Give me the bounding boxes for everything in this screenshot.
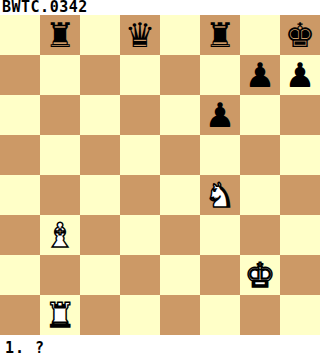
black-rook[interactable]: ♜ [45, 15, 75, 55]
square-b6[interactable] [40, 95, 80, 135]
square-h4[interactable] [280, 175, 320, 215]
square-f3[interactable] [200, 215, 240, 255]
black-king[interactable]: ♚ [285, 15, 315, 55]
white-bishop[interactable]: ♝ [45, 215, 75, 255]
white-knight[interactable]: ♞ [205, 175, 235, 215]
square-e1[interactable] [160, 295, 200, 335]
square-f1[interactable] [200, 295, 240, 335]
square-h3[interactable] [280, 215, 320, 255]
square-g4[interactable] [240, 175, 280, 215]
square-g6[interactable] [240, 95, 280, 135]
square-e7[interactable] [160, 55, 200, 95]
square-a7[interactable] [0, 55, 40, 95]
square-b3[interactable]: ♝ [40, 215, 80, 255]
square-f2[interactable] [200, 255, 240, 295]
white-king[interactable]: ♚ [245, 255, 275, 295]
square-g3[interactable] [240, 215, 280, 255]
square-a3[interactable] [0, 215, 40, 255]
square-c5[interactable] [80, 135, 120, 175]
square-f4[interactable]: ♞ [200, 175, 240, 215]
square-b2[interactable] [40, 255, 80, 295]
square-b4[interactable] [40, 175, 80, 215]
black-rook[interactable]: ♜ [205, 15, 235, 55]
move-prompt: 1. ? [0, 335, 320, 360]
square-a5[interactable] [0, 135, 40, 175]
square-h5[interactable] [280, 135, 320, 175]
square-a8[interactable] [0, 15, 40, 55]
square-g1[interactable] [240, 295, 280, 335]
square-b8[interactable]: ♜ [40, 15, 80, 55]
square-c7[interactable] [80, 55, 120, 95]
square-h1[interactable] [280, 295, 320, 335]
square-e3[interactable] [160, 215, 200, 255]
square-h8[interactable]: ♚ [280, 15, 320, 55]
square-d3[interactable] [120, 215, 160, 255]
square-e5[interactable] [160, 135, 200, 175]
square-a4[interactable] [0, 175, 40, 215]
square-c2[interactable] [80, 255, 120, 295]
square-a6[interactable] [0, 95, 40, 135]
square-d6[interactable] [120, 95, 160, 135]
square-a2[interactable] [0, 255, 40, 295]
square-d5[interactable] [120, 135, 160, 175]
square-e6[interactable] [160, 95, 200, 135]
chess-diagram: BWTC.0342 ♜♛♜♚♟♟♟♞♝♚♜ 1. ? [0, 0, 320, 360]
black-pawn[interactable]: ♟ [245, 55, 275, 95]
square-c6[interactable] [80, 95, 120, 135]
square-d8[interactable]: ♛ [120, 15, 160, 55]
square-e2[interactable] [160, 255, 200, 295]
square-c3[interactable] [80, 215, 120, 255]
white-rook[interactable]: ♜ [45, 295, 75, 335]
black-pawn[interactable]: ♟ [205, 95, 235, 135]
square-f8[interactable]: ♜ [200, 15, 240, 55]
square-a1[interactable] [0, 295, 40, 335]
square-h6[interactable] [280, 95, 320, 135]
black-queen[interactable]: ♛ [125, 15, 155, 55]
chess-board: ♜♛♜♚♟♟♟♞♝♚♜ [0, 15, 320, 335]
square-g7[interactable]: ♟ [240, 55, 280, 95]
square-g5[interactable] [240, 135, 280, 175]
square-e8[interactable] [160, 15, 200, 55]
square-c8[interactable] [80, 15, 120, 55]
square-b7[interactable] [40, 55, 80, 95]
square-b5[interactable] [40, 135, 80, 175]
square-c1[interactable] [80, 295, 120, 335]
square-d4[interactable] [120, 175, 160, 215]
black-pawn[interactable]: ♟ [285, 55, 315, 95]
square-g8[interactable] [240, 15, 280, 55]
square-h7[interactable]: ♟ [280, 55, 320, 95]
square-d7[interactable] [120, 55, 160, 95]
square-f7[interactable] [200, 55, 240, 95]
square-d1[interactable] [120, 295, 160, 335]
square-f6[interactable]: ♟ [200, 95, 240, 135]
diagram-title: BWTC.0342 [0, 0, 320, 15]
square-b1[interactable]: ♜ [40, 295, 80, 335]
square-e4[interactable] [160, 175, 200, 215]
square-d2[interactable] [120, 255, 160, 295]
square-h2[interactable] [280, 255, 320, 295]
square-g2[interactable]: ♚ [240, 255, 280, 295]
square-c4[interactable] [80, 175, 120, 215]
square-f5[interactable] [200, 135, 240, 175]
